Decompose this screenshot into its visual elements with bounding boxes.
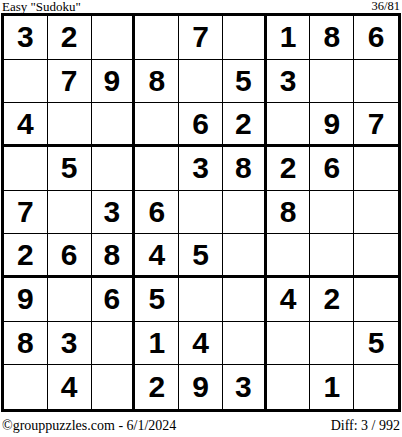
- cell-r5c4: 6: [135, 191, 179, 235]
- cell-r3c3: [92, 103, 136, 147]
- cell-r3c7: [267, 103, 311, 147]
- cell-r3c4: [135, 103, 179, 147]
- cell-r2c4: 8: [135, 60, 179, 104]
- cell-r7c8: 2: [310, 278, 354, 322]
- cell-r4c2: 5: [48, 147, 92, 191]
- cell-r9c3: [92, 365, 136, 409]
- cell-r3c5: 6: [179, 103, 223, 147]
- cell-r7c2: [48, 278, 92, 322]
- cell-r2c2: 7: [48, 60, 92, 104]
- sudoku-board: 3271867985346297538267368268459654283145…: [1, 13, 401, 412]
- cell-r9c4: 2: [135, 365, 179, 409]
- sudoku-page: Easy "Sudoku" 36/81 32718679853462975382…: [0, 0, 402, 437]
- cell-r3c6: 2: [223, 103, 267, 147]
- copyright-credit: ©grouppuzzles.com - 6/1/2024: [2, 418, 176, 433]
- cell-r1c2: 2: [48, 16, 92, 60]
- cell-r4c8: 6: [310, 147, 354, 191]
- cell-r9c9: [354, 365, 398, 409]
- cell-r1c4: [135, 16, 179, 60]
- cell-r3c9: 7: [354, 103, 398, 147]
- cell-r4c6: 8: [223, 147, 267, 191]
- cell-r8c3: [92, 322, 136, 366]
- cell-r1c1: 3: [4, 16, 48, 60]
- cell-r5c8: [310, 191, 354, 235]
- cell-r9c1: [4, 365, 48, 409]
- cell-r4c9: [354, 147, 398, 191]
- header: Easy "Sudoku" 36/81: [2, 0, 400, 13]
- cell-r4c7: 2: [267, 147, 311, 191]
- cell-r7c4: 5: [135, 278, 179, 322]
- cell-r5c2: [48, 191, 92, 235]
- cell-r5c9: [354, 191, 398, 235]
- cell-r8c7: [267, 322, 311, 366]
- cell-r8c1: 8: [4, 322, 48, 366]
- cell-r3c8: 9: [310, 103, 354, 147]
- cell-r6c5: 5: [179, 234, 223, 278]
- cell-r9c8: 1: [310, 365, 354, 409]
- cell-r8c5: 4: [179, 322, 223, 366]
- cell-r5c7: 8: [267, 191, 311, 235]
- cell-r4c1: [4, 147, 48, 191]
- cell-r8c2: 3: [48, 322, 92, 366]
- cell-r6c9: [354, 234, 398, 278]
- cell-r3c1: 4: [4, 103, 48, 147]
- cell-r1c5: 7: [179, 16, 223, 60]
- cell-r2c3: 9: [92, 60, 136, 104]
- cell-r7c7: 4: [267, 278, 311, 322]
- cell-r6c8: [310, 234, 354, 278]
- cell-r8c9: 5: [354, 322, 398, 366]
- cell-r6c7: [267, 234, 311, 278]
- puzzle-counter: 36/81: [372, 0, 400, 13]
- cell-r7c6: [223, 278, 267, 322]
- cell-r1c6: [223, 16, 267, 60]
- cell-r6c1: 2: [4, 234, 48, 278]
- cell-r6c2: 6: [48, 234, 92, 278]
- cell-r1c7: 1: [267, 16, 311, 60]
- cell-r8c8: [310, 322, 354, 366]
- cell-r4c5: 3: [179, 147, 223, 191]
- cell-r7c5: [179, 278, 223, 322]
- cell-r2c6: 5: [223, 60, 267, 104]
- cell-r2c1: [4, 60, 48, 104]
- cell-r9c2: 4: [48, 365, 92, 409]
- cell-r8c6: [223, 322, 267, 366]
- cell-r9c5: 9: [179, 365, 223, 409]
- cell-r8c4: 1: [135, 322, 179, 366]
- cell-r1c9: 6: [354, 16, 398, 60]
- cell-r4c3: [92, 147, 136, 191]
- cell-r5c5: [179, 191, 223, 235]
- cell-r7c3: 6: [92, 278, 136, 322]
- cell-r2c9: [354, 60, 398, 104]
- cell-r7c9: [354, 278, 398, 322]
- cell-r7c1: 9: [4, 278, 48, 322]
- cell-r2c7: 3: [267, 60, 311, 104]
- puzzle-title: Easy "Sudoku": [2, 0, 81, 13]
- cell-r6c6: [223, 234, 267, 278]
- cell-r4c4: [135, 147, 179, 191]
- cell-r3c2: [48, 103, 92, 147]
- cell-r1c8: 8: [310, 16, 354, 60]
- cell-r6c3: 8: [92, 234, 136, 278]
- cell-r2c8: [310, 60, 354, 104]
- footer: ©grouppuzzles.com - 6/1/2024 Diff: 3 / 9…: [2, 418, 400, 435]
- cell-r1c3: [92, 16, 136, 60]
- cell-r2c5: [179, 60, 223, 104]
- cell-r5c6: [223, 191, 267, 235]
- cell-r5c3: 3: [92, 191, 136, 235]
- cell-r6c4: 4: [135, 234, 179, 278]
- difficulty-label: Diff: 3 / 992: [331, 418, 400, 433]
- cell-r5c1: 7: [4, 191, 48, 235]
- cell-r9c7: [267, 365, 311, 409]
- cell-r9c6: 3: [223, 365, 267, 409]
